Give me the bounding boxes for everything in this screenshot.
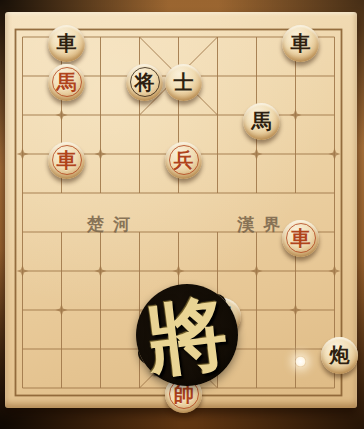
piece-black-cannon[interactable]: 炮 bbox=[321, 337, 358, 374]
intersection-f1-r7[interactable] bbox=[47, 303, 86, 342]
intersection-f1-r6[interactable] bbox=[47, 264, 86, 303]
intersection-f0-r9[interactable] bbox=[8, 381, 47, 420]
intersection-f1-r3[interactable]: 車 bbox=[47, 147, 86, 186]
intersection-f2-r3[interactable] bbox=[86, 147, 125, 186]
piece-black-chariot[interactable]: 車 bbox=[48, 25, 85, 62]
intersection-f0-r2[interactable] bbox=[8, 108, 47, 147]
intersection-f8-r0[interactable] bbox=[320, 30, 359, 69]
intersection-f8-r9[interactable] bbox=[320, 381, 359, 420]
intersection-f5-r9[interactable] bbox=[203, 381, 242, 420]
intersection-f7-r6[interactable] bbox=[281, 264, 320, 303]
intersection-f5-r0[interactable] bbox=[203, 30, 242, 69]
last-move-marker-dot bbox=[295, 356, 306, 367]
intersection-f2-r0[interactable] bbox=[86, 30, 125, 69]
river-label-han: 漢界 bbox=[213, 211, 313, 237]
piece-black-chariot[interactable]: 車 bbox=[282, 25, 319, 62]
intersection-f0-r7[interactable] bbox=[8, 303, 47, 342]
piece-glyph-black-advisor: 士 bbox=[165, 64, 202, 101]
piece-black-advisor[interactable]: 士 bbox=[165, 64, 202, 101]
intersection-f7-r3[interactable] bbox=[281, 147, 320, 186]
intersection-f0-r3[interactable] bbox=[8, 147, 47, 186]
intersection-f2-r9[interactable] bbox=[86, 381, 125, 420]
intersection-f7-r2[interactable] bbox=[281, 108, 320, 147]
intersection-f1-r8[interactable] bbox=[47, 342, 86, 381]
xiangqi-app-screen: 車車馬将士馬車兵車馬炮帥 楚河 漢界 將 bbox=[0, 0, 364, 429]
piece-glyph-black-cannon: 炮 bbox=[321, 337, 358, 374]
check-announcement-text: 將 bbox=[130, 278, 244, 392]
intersection-f8-r1[interactable] bbox=[320, 69, 359, 108]
intersection-f7-r7[interactable] bbox=[281, 303, 320, 342]
intersection-f0-r5[interactable] bbox=[8, 225, 47, 264]
intersection-f6-r2[interactable]: 馬 bbox=[242, 108, 281, 147]
intersection-f7-r1[interactable] bbox=[281, 69, 320, 108]
intersection-f8-r2[interactable] bbox=[320, 108, 359, 147]
intersection-f0-r1[interactable] bbox=[8, 69, 47, 108]
piece-glyph-red-soldier: 兵 bbox=[165, 142, 202, 179]
intersection-f1-r1[interactable]: 馬 bbox=[47, 69, 86, 108]
intersection-f3-r1[interactable]: 将 bbox=[125, 69, 164, 108]
intersection-f4-r5[interactable] bbox=[164, 225, 203, 264]
intersection-f6-r6[interactable] bbox=[242, 264, 281, 303]
intersection-f2-r2[interactable] bbox=[86, 108, 125, 147]
check-announcement-overlay: 將 bbox=[136, 284, 238, 386]
intersection-f2-r1[interactable] bbox=[86, 69, 125, 108]
intersection-f2-r6[interactable] bbox=[86, 264, 125, 303]
piece-black-general[interactable]: 将 bbox=[126, 64, 163, 101]
piece-red-horse[interactable]: 馬 bbox=[48, 64, 85, 101]
intersection-f7-r9[interactable] bbox=[281, 381, 320, 420]
intersection-f8-r3[interactable] bbox=[320, 147, 359, 186]
intersection-f6-r8[interactable] bbox=[242, 342, 281, 381]
piece-glyph-red-chariot: 車 bbox=[48, 142, 85, 179]
intersection-f7-r0[interactable]: 車 bbox=[281, 30, 320, 69]
piece-black-horse[interactable]: 馬 bbox=[243, 103, 280, 140]
intersection-f5-r1[interactable] bbox=[203, 69, 242, 108]
piece-glyph-black-general: 将 bbox=[126, 64, 163, 101]
piece-red-soldier[interactable]: 兵 bbox=[165, 142, 202, 179]
intersection-f4-r4[interactable] bbox=[164, 186, 203, 225]
intersection-f8-r5[interactable] bbox=[320, 225, 359, 264]
intersection-f4-r1[interactable]: 士 bbox=[164, 69, 203, 108]
intersection-f0-r4[interactable] bbox=[8, 186, 47, 225]
intersection-f0-r0[interactable] bbox=[8, 30, 47, 69]
intersection-f7-r8[interactable] bbox=[281, 342, 320, 381]
intersection-f4-r3[interactable]: 兵 bbox=[164, 147, 203, 186]
intersection-f0-r6[interactable] bbox=[8, 264, 47, 303]
piece-glyph-black-chariot: 車 bbox=[282, 25, 319, 62]
intersection-f6-r9[interactable] bbox=[242, 381, 281, 420]
intersection-f3-r3[interactable] bbox=[125, 147, 164, 186]
intersection-f2-r7[interactable] bbox=[86, 303, 125, 342]
intersection-f0-r8[interactable] bbox=[8, 342, 47, 381]
intersection-f1-r9[interactable] bbox=[47, 381, 86, 420]
intersection-f6-r7[interactable] bbox=[242, 303, 281, 342]
intersection-f6-r3[interactable] bbox=[242, 147, 281, 186]
intersection-f2-r8[interactable] bbox=[86, 342, 125, 381]
intersection-f6-r0[interactable] bbox=[242, 30, 281, 69]
piece-glyph-red-horse: 馬 bbox=[48, 64, 85, 101]
piece-glyph-black-horse: 馬 bbox=[243, 103, 280, 140]
piece-red-chariot[interactable]: 車 bbox=[48, 142, 85, 179]
intersection-f5-r3[interactable] bbox=[203, 147, 242, 186]
intersection-f8-r4[interactable] bbox=[320, 186, 359, 225]
intersection-f8-r6[interactable] bbox=[320, 264, 359, 303]
intersection-f3-r2[interactable] bbox=[125, 108, 164, 147]
piece-glyph-black-chariot: 車 bbox=[48, 25, 85, 62]
river-label-chu: 楚河 bbox=[63, 211, 163, 237]
intersection-f5-r2[interactable] bbox=[203, 108, 242, 147]
intersection-f8-r8[interactable]: 炮 bbox=[320, 342, 359, 381]
